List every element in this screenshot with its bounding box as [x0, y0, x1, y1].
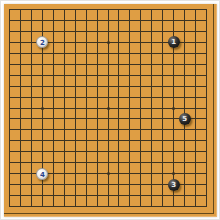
grid-cell — [184, 53, 195, 64]
grid-cell — [108, 53, 119, 64]
grid-cell — [64, 129, 75, 140]
grid-cell — [173, 53, 184, 64]
grid-cell — [20, 42, 31, 53]
grid-cell — [162, 64, 173, 75]
grid-cell — [151, 173, 162, 184]
grid-cell — [129, 64, 140, 75]
grid-cell — [118, 140, 129, 151]
grid-cell — [20, 184, 31, 195]
grid-cell — [31, 20, 42, 31]
grid-cell — [20, 75, 31, 86]
grid-cell — [31, 195, 42, 206]
grid-cell — [151, 129, 162, 140]
grid-cell — [42, 9, 53, 20]
grid-cell — [162, 86, 173, 97]
grid-cell — [162, 42, 173, 53]
grid-cell — [86, 173, 97, 184]
grid-cell — [118, 64, 129, 75]
grid-cell — [184, 129, 195, 140]
grid-cell — [184, 9, 195, 20]
grid-cell — [129, 53, 140, 64]
grid-cell — [86, 108, 97, 119]
grid-cell — [31, 64, 42, 75]
grid-cell — [151, 184, 162, 195]
grid-cell — [129, 118, 140, 129]
grid-cell — [151, 64, 162, 75]
grid-cell — [162, 97, 173, 108]
grid-cell — [75, 97, 86, 108]
grid-cell — [108, 97, 119, 108]
grid-cell — [9, 9, 20, 20]
grid-cell — [64, 162, 75, 173]
grid-cell — [140, 9, 151, 20]
grid-cell — [9, 173, 20, 184]
grid-cell — [140, 151, 151, 162]
grid-cell — [173, 108, 184, 119]
grid-cell — [64, 108, 75, 119]
grid-cell — [140, 140, 151, 151]
grid-cell — [195, 64, 206, 75]
go-app-window: 12345 — [0, 0, 220, 220]
grid-cell — [118, 108, 129, 119]
grid-cell — [162, 118, 173, 129]
grid-cell — [162, 129, 173, 140]
grid-cell — [173, 162, 184, 173]
grid-cell — [9, 64, 20, 75]
grid-cell — [97, 162, 108, 173]
grid-cell — [86, 97, 97, 108]
grid-cell — [151, 20, 162, 31]
grid-cell — [64, 9, 75, 20]
grid-cell — [86, 162, 97, 173]
grid-cell — [9, 184, 20, 195]
grid-cell — [42, 118, 53, 129]
grid-cell — [195, 140, 206, 151]
grid-cell — [31, 151, 42, 162]
grid-cell — [140, 53, 151, 64]
grid-cell — [20, 162, 31, 173]
grid-cell — [86, 9, 97, 20]
grid-cell — [140, 31, 151, 42]
grid-cell — [162, 173, 173, 184]
grid-cell — [9, 195, 20, 206]
grid-cell — [97, 184, 108, 195]
grid-cell — [75, 86, 86, 97]
grid-cell — [108, 184, 119, 195]
grid-cell — [151, 195, 162, 206]
grid-cell — [173, 118, 184, 129]
grid-cell — [129, 75, 140, 86]
grid-cell — [118, 75, 129, 86]
grid-cell — [9, 42, 20, 53]
grid-cell — [118, 129, 129, 140]
grid-cell — [31, 118, 42, 129]
grid-cell — [31, 108, 42, 119]
grid-cell — [129, 129, 140, 140]
grid-cell — [64, 140, 75, 151]
grid-cell — [9, 20, 20, 31]
grid-cell — [151, 75, 162, 86]
grid-cell — [108, 75, 119, 86]
grid-cell — [64, 97, 75, 108]
grid-cell — [64, 42, 75, 53]
grid-cell — [140, 75, 151, 86]
grid-cell — [195, 20, 206, 31]
grid-cell — [151, 42, 162, 53]
grid-cell — [97, 9, 108, 20]
grid-cell — [195, 173, 206, 184]
grid-cell — [64, 184, 75, 195]
grid-cell — [64, 31, 75, 42]
grid-cell — [20, 129, 31, 140]
grid-cell — [42, 108, 53, 119]
grid-cell — [97, 151, 108, 162]
grid-cell — [75, 129, 86, 140]
grid-cell — [86, 151, 97, 162]
grid-cell — [42, 151, 53, 162]
grid-cell — [195, 129, 206, 140]
grid-cell — [42, 86, 53, 97]
grid-cell — [20, 97, 31, 108]
grid-cell — [129, 184, 140, 195]
grid-cell — [173, 140, 184, 151]
grid-cell — [195, 97, 206, 108]
grid-cell — [140, 162, 151, 173]
grid-cell — [140, 42, 151, 53]
grid-cell — [173, 195, 184, 206]
grid-cell — [108, 86, 119, 97]
grid-cell — [97, 108, 108, 119]
grid-cell — [97, 20, 108, 31]
grid-cell — [64, 86, 75, 97]
grid-cell — [53, 162, 64, 173]
grid-cell — [31, 173, 42, 184]
grid-cell — [173, 97, 184, 108]
grid-cell — [9, 86, 20, 97]
grid-cell — [184, 108, 195, 119]
grid-cell — [140, 64, 151, 75]
grid-cell — [162, 195, 173, 206]
grid-cell — [20, 20, 31, 31]
grid-cell — [64, 195, 75, 206]
grid-cell — [53, 195, 64, 206]
grid-cell — [162, 162, 173, 173]
grid-cell — [140, 173, 151, 184]
grid-cell — [42, 97, 53, 108]
grid-cell — [195, 42, 206, 53]
grid-cell — [20, 118, 31, 129]
grid-cell — [53, 20, 64, 31]
grid-cell — [129, 162, 140, 173]
grid-cell — [129, 86, 140, 97]
grid-cell — [195, 108, 206, 119]
grid-cell — [184, 20, 195, 31]
grid-cell — [42, 53, 53, 64]
grid-cell — [162, 31, 173, 42]
grid-cell — [75, 184, 86, 195]
grid-cell — [173, 75, 184, 86]
grid-cell — [108, 42, 119, 53]
grid-cell — [64, 173, 75, 184]
grid-cell — [151, 97, 162, 108]
grid-cell — [64, 75, 75, 86]
grid-cell — [184, 184, 195, 195]
grid-cell — [64, 118, 75, 129]
grid-cell — [9, 97, 20, 108]
grid-cell — [86, 42, 97, 53]
grid-cell — [140, 129, 151, 140]
grid-cell — [195, 53, 206, 64]
grid-cell — [97, 64, 108, 75]
board-grid — [9, 9, 207, 207]
grid-cell — [20, 195, 31, 206]
grid-cell — [64, 53, 75, 64]
grid-cell — [195, 31, 206, 42]
grid-cell — [53, 42, 64, 53]
grid-cell — [140, 118, 151, 129]
grid-cell — [75, 42, 86, 53]
grid-cell — [42, 20, 53, 31]
grid-cell — [53, 31, 64, 42]
grid-cell — [162, 108, 173, 119]
grid-cell — [53, 53, 64, 64]
grid-cell — [129, 20, 140, 31]
grid-cell — [75, 20, 86, 31]
grid-cell — [42, 64, 53, 75]
grid-cell — [97, 86, 108, 97]
grid-cell — [173, 64, 184, 75]
grid-cell — [31, 53, 42, 64]
go-board[interactable]: 12345 — [4, 4, 217, 217]
grid-cell — [42, 195, 53, 206]
grid-cell — [75, 31, 86, 42]
grid-cell — [108, 140, 119, 151]
grid-cell — [108, 151, 119, 162]
grid-cell — [75, 151, 86, 162]
grid-cell — [162, 9, 173, 20]
grid-cell — [86, 129, 97, 140]
grid-cell — [162, 20, 173, 31]
grid-cell — [86, 31, 97, 42]
grid-cell — [173, 184, 184, 195]
grid-cell — [86, 86, 97, 97]
grid-cell — [162, 184, 173, 195]
grid-cell — [195, 75, 206, 86]
grid-cell — [151, 9, 162, 20]
grid-cell — [118, 9, 129, 20]
grid-cell — [31, 9, 42, 20]
grid-cell — [151, 118, 162, 129]
grid-cell — [9, 31, 20, 42]
grid-cell — [20, 9, 31, 20]
grid-cell — [31, 86, 42, 97]
grid-cell — [97, 97, 108, 108]
grid-cell — [173, 42, 184, 53]
grid-cell — [184, 42, 195, 53]
grid-cell — [108, 173, 119, 184]
grid-cell — [53, 9, 64, 20]
grid-cell — [75, 140, 86, 151]
grid-cell — [86, 118, 97, 129]
grid-cell — [31, 162, 42, 173]
grid-cell — [129, 173, 140, 184]
grid-cell — [108, 118, 119, 129]
grid-cell — [140, 20, 151, 31]
grid-cell — [118, 118, 129, 129]
grid-cell — [162, 151, 173, 162]
grid-cell — [118, 20, 129, 31]
grid-cell — [97, 140, 108, 151]
grid-cell — [129, 31, 140, 42]
grid-cell — [140, 108, 151, 119]
grid-cell — [42, 129, 53, 140]
grid-cell — [97, 53, 108, 64]
grid-cell — [151, 86, 162, 97]
grid-cell — [42, 75, 53, 86]
grid-cell — [151, 53, 162, 64]
grid-cell — [86, 184, 97, 195]
grid-cell — [108, 31, 119, 42]
grid-cell — [42, 42, 53, 53]
grid-cell — [129, 42, 140, 53]
grid-cell — [75, 173, 86, 184]
grid-cell — [53, 140, 64, 151]
grid-cell — [75, 195, 86, 206]
grid-cell — [20, 64, 31, 75]
grid-cell — [97, 129, 108, 140]
grid-cell — [184, 195, 195, 206]
grid-cell — [64, 20, 75, 31]
grid-cell — [31, 129, 42, 140]
grid-cell — [108, 162, 119, 173]
grid-cell — [97, 195, 108, 206]
grid-cell — [184, 162, 195, 173]
grid-cell — [53, 97, 64, 108]
grid-cell — [75, 162, 86, 173]
grid-cell — [75, 108, 86, 119]
grid-cell — [129, 9, 140, 20]
grid-cell — [53, 184, 64, 195]
grid-cell — [108, 195, 119, 206]
grid-cell — [53, 64, 64, 75]
grid-cell — [9, 108, 20, 119]
grid-cell — [129, 140, 140, 151]
grid-cell — [9, 75, 20, 86]
grid-cell — [20, 108, 31, 119]
grid-cell — [108, 64, 119, 75]
grid-cell — [20, 31, 31, 42]
grid-cell — [140, 86, 151, 97]
grid-cell — [195, 118, 206, 129]
grid-cell — [42, 173, 53, 184]
grid-cell — [20, 140, 31, 151]
grid-cell — [97, 31, 108, 42]
grid-cell — [151, 162, 162, 173]
grid-cell — [108, 20, 119, 31]
grid-cell — [42, 140, 53, 151]
grid-cell — [184, 151, 195, 162]
grid-cell — [86, 140, 97, 151]
grid-cell — [195, 195, 206, 206]
grid-cell — [129, 195, 140, 206]
grid-cell — [195, 9, 206, 20]
grid-cell — [75, 9, 86, 20]
grid-cell — [162, 140, 173, 151]
grid-cell — [97, 42, 108, 53]
grid-cell — [118, 151, 129, 162]
grid-cell — [129, 151, 140, 162]
grid-cell — [162, 75, 173, 86]
grid-cell — [9, 129, 20, 140]
grid-cell — [162, 53, 173, 64]
grid-cell — [64, 64, 75, 75]
grid-cell — [173, 9, 184, 20]
grid-cell — [42, 162, 53, 173]
grid-cell — [9, 53, 20, 64]
grid-cell — [75, 53, 86, 64]
grid-cell — [118, 97, 129, 108]
grid-cell — [31, 140, 42, 151]
grid-cell — [151, 151, 162, 162]
grid-cell — [140, 97, 151, 108]
grid-cell — [9, 162, 20, 173]
grid-cell — [9, 140, 20, 151]
grid-cell — [97, 75, 108, 86]
grid-cell — [129, 97, 140, 108]
grid-cell — [75, 118, 86, 129]
grid-cell — [97, 118, 108, 129]
grid-cell — [53, 151, 64, 162]
grid-cell — [20, 86, 31, 97]
grid-cell — [173, 20, 184, 31]
grid-cell — [86, 20, 97, 31]
grid-cell — [108, 129, 119, 140]
grid-cell — [173, 86, 184, 97]
grid-cell — [31, 31, 42, 42]
grid-cell — [195, 162, 206, 173]
grid-cell — [184, 173, 195, 184]
grid-cell — [184, 118, 195, 129]
grid-cell — [184, 31, 195, 42]
grid-cell — [173, 151, 184, 162]
grid-cell — [184, 75, 195, 86]
grid-cell — [20, 173, 31, 184]
grid-cell — [20, 53, 31, 64]
grid-cell — [108, 108, 119, 119]
grid-cell — [118, 31, 129, 42]
grid-cell — [118, 184, 129, 195]
grid-cell — [118, 173, 129, 184]
grid-cell — [118, 162, 129, 173]
grid-cell — [42, 184, 53, 195]
grid-cell — [86, 75, 97, 86]
grid-cell — [31, 75, 42, 86]
grid-cell — [9, 118, 20, 129]
grid-cell — [173, 31, 184, 42]
grid-cell — [173, 173, 184, 184]
grid-cell — [64, 151, 75, 162]
grid-cell — [75, 75, 86, 86]
grid-cell — [118, 86, 129, 97]
grid-cell — [140, 184, 151, 195]
grid-cell — [184, 64, 195, 75]
grid-cell — [195, 184, 206, 195]
grid-cell — [184, 97, 195, 108]
grid-cell — [20, 151, 31, 162]
grid-cell — [53, 86, 64, 97]
grid-cell — [42, 31, 53, 42]
grid-cell — [195, 86, 206, 97]
